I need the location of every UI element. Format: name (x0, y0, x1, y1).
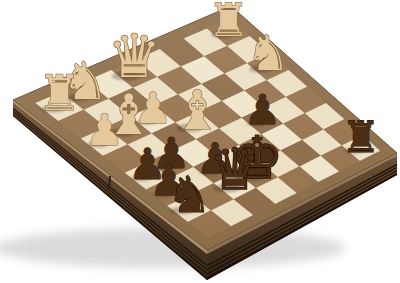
piece-black-knight-g1[interactable]: ♞ (167, 165, 212, 224)
fold-seam (109, 176, 110, 190)
piece-glyph-queen: ♛ (209, 136, 260, 202)
piece-glyph-rook: ♜ (38, 65, 82, 121)
chessboard-photo: ♜♞♛♞♜♟♟♝♝♟♜♟♟♚♟♛♟♞ (0, 0, 400, 283)
product-photo-stage: ♜♞♛♞♜♟♟♝♝♟♜♟♟♚♟♛♟♞ Overhead-angle produc… (0, 0, 400, 283)
piece-black-rook-h8[interactable]: ♜ (342, 112, 381, 162)
piece-white-queen-a4[interactable]: ♛ (107, 21, 161, 91)
piece-glyph-rook: ♜ (208, 0, 249, 47)
piece-white-pawn-c1[interactable]: ♟ (85, 105, 124, 155)
piece-white-rook-a8[interactable]: ♜ (208, 0, 249, 47)
piece-glyph-pawn: ♟ (85, 105, 124, 155)
piece-glyph-knight: ♞ (246, 24, 290, 82)
piece-white-knight-c8[interactable]: ♞ (246, 24, 290, 82)
piece-black-queen-g3[interactable]: ♛ (209, 136, 260, 202)
piece-glyph-knight: ♞ (167, 165, 212, 224)
piece-glyph-rook: ♜ (342, 112, 381, 162)
piece-white-rook-a1[interactable]: ♜ (38, 65, 82, 121)
piece-glyph-queen: ♛ (107, 21, 161, 91)
